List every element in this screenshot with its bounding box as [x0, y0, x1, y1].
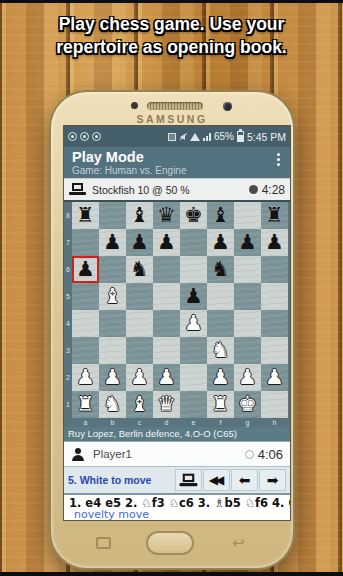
signal-icon [203, 133, 211, 141]
rewind-button[interactable]: ◀◀ [203, 469, 230, 491]
square-e5[interactable]: ♟ [180, 283, 207, 310]
square-a2[interactable]: ♟ [72, 364, 99, 391]
engine-name: Stockfish 10 @ 50 % [92, 184, 190, 196]
square-a3[interactable] [72, 337, 99, 364]
file-label-b: b [99, 418, 126, 427]
rank-labels: 87654321 [64, 202, 72, 418]
piece-black-pawn: ♟ [72, 256, 99, 283]
square-a1[interactable]: ♜ [72, 391, 99, 418]
computer-icon [180, 473, 198, 487]
square-a8[interactable]: ♜ [72, 202, 99, 229]
square-c3[interactable] [126, 337, 153, 364]
battery-icon [237, 131, 244, 142]
square-d8[interactable]: ♛ [153, 202, 180, 229]
piece-black-pawn: ♟ [261, 229, 288, 256]
square-f1[interactable]: ♜ [207, 391, 234, 418]
square-d1[interactable]: ♛ [153, 391, 180, 418]
square-d3[interactable] [153, 337, 180, 364]
square-c7[interactable]: ♟ [126, 229, 153, 256]
square-h6[interactable] [261, 256, 288, 283]
square-f5[interactable] [207, 283, 234, 310]
file-label-g: g [234, 418, 261, 427]
human-player-row[interactable]: Player1 4:06 [64, 441, 290, 466]
square-c1[interactable]: ♝ [126, 391, 153, 418]
chess-board: ♜♝♛♚♝♜♟♟♟♟♟♟♟♞♞♝♟♟♞♟♟♟♟♟♟♟♜♞♝♛♜♚ [72, 202, 288, 418]
square-a7[interactable] [72, 229, 99, 256]
file-labels: abcdefgh [72, 418, 290, 427]
square-f2[interactable]: ♟ [207, 364, 234, 391]
piece-black-pawn: ♟ [126, 229, 153, 256]
piece-black-pawn: ♟ [153, 229, 180, 256]
top-black-strip [0, 0, 343, 3]
novelty-annotation: novelty move [69, 509, 285, 520]
square-h8[interactable]: ♜ [261, 202, 288, 229]
square-b3[interactable] [99, 337, 126, 364]
piece-white-pawn: ♟ [99, 364, 126, 391]
piece-black-bishop: ♝ [126, 202, 153, 229]
square-e8[interactable]: ♚ [180, 202, 207, 229]
rewind-icon: ◀◀ [209, 474, 224, 486]
opening-caption: Ruy Lopez, Berlin defence, 4.O-O (C65) [64, 427, 290, 441]
square-b6[interactable] [99, 256, 126, 283]
piece-black-knight: ♞ [207, 256, 234, 283]
turn-status: 5. White to move [68, 474, 151, 486]
square-b8[interactable] [99, 202, 126, 229]
turn-status-row: 5. White to move ◀◀ ⬅ ➡ [64, 466, 290, 495]
rank-label-1: 1 [64, 391, 72, 418]
square-g2[interactable]: ♟ [234, 364, 261, 391]
square-d5[interactable] [153, 283, 180, 310]
square-b7[interactable]: ♟ [99, 229, 126, 256]
square-g7[interactable]: ♟ [234, 229, 261, 256]
rank-label-3: 3 [64, 337, 72, 364]
square-h1[interactable] [261, 391, 288, 418]
piece-white-bishop: ♝ [126, 391, 153, 418]
square-a5[interactable] [72, 283, 99, 310]
earpiece-speaker [147, 102, 203, 110]
square-f8[interactable]: ♝ [207, 202, 234, 229]
back-button[interactable]: ↩ [232, 537, 245, 549]
piece-white-pawn: ♟ [261, 364, 288, 391]
square-h4[interactable] [261, 310, 288, 337]
file-label-d: d [153, 418, 180, 427]
square-e6[interactable] [180, 256, 207, 283]
board-zone: 87654321 ♜♝♛♚♝♜♟♟♟♟♟♟♟♞♞♝♟♟♞♟♟♟♟♟♟♟♜♞♝♛♜… [64, 202, 290, 427]
home-button[interactable] [146, 531, 194, 555]
back-move-button[interactable]: ⬅ [231, 469, 258, 491]
wifi-icon [190, 133, 200, 141]
square-d7[interactable]: ♟ [153, 229, 180, 256]
rank-label-8: 8 [64, 202, 72, 229]
piece-black-king: ♚ [180, 202, 207, 229]
left-arrow-icon: ⬅ [239, 473, 251, 487]
piece-white-pawn: ♟ [126, 364, 153, 391]
square-h3[interactable] [261, 337, 288, 364]
rank-label-4: 4 [64, 310, 72, 337]
piece-black-pawn: ♟ [234, 229, 261, 256]
player-clock-indicator [245, 450, 254, 459]
piece-white-rook: ♜ [72, 391, 99, 418]
square-a4[interactable] [72, 310, 99, 337]
square-b1[interactable]: ♞ [99, 391, 126, 418]
piece-white-knight: ♞ [207, 337, 234, 364]
square-g3[interactable] [234, 337, 261, 364]
notification-icon [80, 132, 89, 141]
square-e7[interactable] [180, 229, 207, 256]
square-g1[interactable]: ♚ [234, 391, 261, 418]
square-c2[interactable]: ♟ [126, 364, 153, 391]
square-h7[interactable]: ♟ [261, 229, 288, 256]
piece-white-rook: ♜ [207, 391, 234, 418]
right-arrow-icon: ➡ [267, 473, 279, 487]
engine-move-button[interactable] [175, 469, 202, 491]
rank-label-5: 5 [64, 283, 72, 310]
promo-caption: Play chess game. Use your repertoire as … [0, 13, 343, 59]
square-e2[interactable] [180, 364, 207, 391]
app-header: Play Mode Game: Human vs. Engine [64, 147, 290, 178]
square-d2[interactable]: ♟ [153, 364, 180, 391]
piece-white-bishop: ♝ [99, 283, 126, 310]
piece-white-pawn: ♟ [234, 364, 261, 391]
status-bar: 65% 5:45 PM [64, 126, 290, 147]
square-e3[interactable] [180, 337, 207, 364]
square-g5[interactable] [234, 283, 261, 310]
piece-white-pawn: ♟ [207, 364, 234, 391]
square-b4[interactable] [99, 310, 126, 337]
square-f3[interactable]: ♞ [207, 337, 234, 364]
phone-screen: 65% 5:45 PM Play Mode Game: Human vs. En… [64, 126, 290, 520]
file-label-f: f [207, 418, 234, 427]
navigation-controls: ◀◀ ⬅ ➡ [175, 469, 286, 491]
notification-icon [92, 132, 101, 141]
player-clock: 4:06 [258, 447, 283, 462]
square-d6[interactable] [153, 256, 180, 283]
square-f7[interactable]: ♟ [207, 229, 234, 256]
square-d4[interactable] [153, 310, 180, 337]
player-name: Player1 [93, 448, 132, 460]
square-g4[interactable] [234, 310, 261, 337]
square-a6[interactable]: ♟ [72, 256, 99, 283]
piece-white-knight: ♞ [99, 391, 126, 418]
square-e1[interactable] [180, 391, 207, 418]
piece-black-knight: ♞ [126, 256, 153, 283]
square-g8[interactable] [234, 202, 261, 229]
square-g6[interactable] [234, 256, 261, 283]
file-label-e: e [180, 418, 207, 427]
piece-white-pawn: ♟ [153, 364, 180, 391]
screenshot-icon [168, 133, 176, 141]
square-b2[interactable]: ♟ [99, 364, 126, 391]
square-h2[interactable]: ♟ [261, 364, 288, 391]
samsung-phone: SAMSUNG 65% 5:45 PM [49, 90, 295, 570]
move-list[interactable]: 1. e4 e5 2. ♘f3 ♘c6 3. ♗b5 ♘f6 4. O-O no… [64, 495, 290, 520]
notification-icon [68, 132, 77, 141]
square-c4[interactable] [126, 310, 153, 337]
piece-black-pawn: ♟ [207, 229, 234, 256]
engine-player-row[interactable]: Stockfish 10 @ 50 % 4:28 [64, 178, 290, 202]
person-icon [71, 448, 85, 461]
square-h5[interactable] [261, 283, 288, 310]
piece-black-pawn: ♟ [180, 283, 207, 310]
front-camera [223, 102, 232, 111]
mute-icon [179, 133, 187, 141]
piece-black-queen: ♛ [153, 202, 180, 229]
square-c8[interactable]: ♝ [126, 202, 153, 229]
engine-clock-indicator [249, 185, 258, 194]
piece-white-pawn: ♟ [180, 310, 207, 337]
clock-time: 5:45 PM [247, 131, 286, 143]
rank-label-6: 6 [64, 256, 72, 283]
brand-logo: SAMSUNG [51, 113, 293, 125]
square-f4[interactable] [207, 310, 234, 337]
piece-black-bishop: ♝ [207, 202, 234, 229]
square-c6[interactable]: ♞ [126, 256, 153, 283]
system-icons: 65% 5:45 PM [168, 131, 286, 143]
piece-white-king: ♚ [234, 391, 261, 418]
rank-label-7: 7 [64, 229, 72, 256]
square-e4[interactable]: ♟ [180, 310, 207, 337]
wood-background: Play chess game. Use your repertoire as … [0, 0, 343, 576]
forward-move-button[interactable]: ➡ [259, 469, 286, 491]
square-f6[interactable]: ♞ [207, 256, 234, 283]
proximity-sensor [131, 102, 138, 109]
overflow-menu-icon[interactable] [277, 153, 280, 166]
piece-black-rook: ♜ [261, 202, 288, 229]
page-title: Play Mode [72, 149, 187, 165]
square-c5[interactable] [126, 283, 153, 310]
bottom-black-strip [0, 572, 343, 576]
square-b5[interactable]: ♝ [99, 283, 126, 310]
computer-icon [69, 183, 86, 196]
piece-white-queen: ♛ [153, 391, 180, 418]
piece-white-pawn: ♟ [72, 364, 99, 391]
notification-icons [68, 132, 101, 141]
page-subtitle: Game: Human vs. Engine [72, 165, 187, 176]
file-label-c: c [126, 418, 153, 427]
engine-clock: 4:28 [262, 183, 285, 197]
battery-percent: 65% [214, 131, 234, 142]
file-label-h: h [261, 418, 288, 427]
piece-black-rook: ♜ [72, 202, 99, 229]
file-label-a: a [72, 418, 99, 427]
piece-black-pawn: ♟ [99, 229, 126, 256]
recents-button[interactable] [96, 537, 111, 549]
rank-label-2: 2 [64, 364, 72, 391]
